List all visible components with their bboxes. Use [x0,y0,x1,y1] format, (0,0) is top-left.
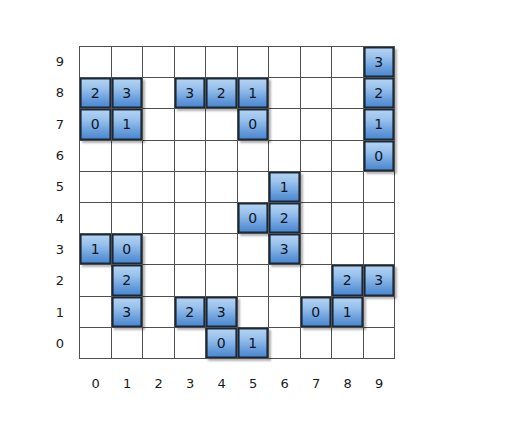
cell-r1-c6[interactable] [269,297,301,328]
cell-r5-c3[interactable] [175,172,207,203]
cell-r8-c1[interactable]: 3 [112,78,144,109]
cell-r2-c6[interactable] [269,265,301,296]
cell-r3-c4[interactable] [206,234,238,265]
cell-r8-c8[interactable] [332,78,364,109]
cell-r9-c8[interactable] [332,47,364,78]
cell-r5-c5[interactable] [238,172,270,203]
cell-r1-c9[interactable] [364,297,396,328]
cell-r2-c9[interactable]: 3 [364,265,396,296]
cell-r3-c9[interactable] [364,234,396,265]
cell-r4-c7[interactable] [301,203,333,234]
cell-r7-c3[interactable] [175,109,207,140]
row-label-5: 5 [40,171,64,202]
row-label-7: 7 [40,109,64,140]
cell-r3-c0[interactable]: 1 [80,234,112,265]
cell-r9-c7[interactable] [301,47,333,78]
cell-r5-c8[interactable] [332,172,364,203]
cell-r1-c3[interactable]: 2 [175,297,207,328]
col-label-8: 8 [332,370,364,396]
cell-r5-c4[interactable] [206,172,238,203]
cell-r8-c2[interactable] [143,78,175,109]
cell-r0-c5[interactable]: 1 [238,328,270,359]
cell-r3-c1[interactable]: 0 [112,234,144,265]
cell-r5-c0[interactable] [80,172,112,203]
cell-r8-c5[interactable]: 1 [238,78,270,109]
cell-r5-c7[interactable] [301,172,333,203]
cell-r5-c2[interactable] [143,172,175,203]
cell-r6-c1[interactable] [112,141,144,172]
cell-r8-c9[interactable]: 2 [364,78,396,109]
cell-r4-c5[interactable]: 0 [238,203,270,234]
col-label-6: 6 [269,370,301,396]
cell-r3-c6[interactable]: 3 [269,234,301,265]
cell-r1-c7[interactable]: 0 [301,297,333,328]
cell-r8-c3[interactable]: 3 [175,78,207,109]
col-label-2: 2 [143,370,175,396]
cell-r9-c0[interactable] [80,47,112,78]
cell-r1-c0[interactable] [80,297,112,328]
cell-r4-c1[interactable] [112,203,144,234]
cell-r2-c5[interactable] [238,265,270,296]
col-label-3: 3 [175,370,207,396]
row-label-2: 2 [40,265,64,296]
cell-r0-c1[interactable] [112,328,144,359]
cell-r1-c5[interactable] [238,297,270,328]
cell-r6-c2[interactable] [143,141,175,172]
row-labels: 9876543210 [40,46,64,359]
cell-r6-c4[interactable] [206,141,238,172]
cell-r0-c9[interactable] [364,328,396,359]
cell-r2-c7[interactable] [301,265,333,296]
cell-r9-c1[interactable] [112,47,144,78]
cell-r6-c0[interactable] [80,141,112,172]
cell-r0-c6[interactable] [269,328,301,359]
cell-r2-c1[interactable]: 2 [112,265,144,296]
cell-r4-c3[interactable] [175,203,207,234]
cell-r7-c9[interactable]: 1 [364,109,396,140]
cell-r8-c0[interactable]: 2 [80,78,112,109]
cell-r1-c8[interactable]: 1 [332,297,364,328]
cell-r7-c2[interactable] [143,109,175,140]
cell-r1-c2[interactable] [143,297,175,328]
col-label-1: 1 [112,370,144,396]
cell-r6-c3[interactable] [175,141,207,172]
cell-r7-c8[interactable] [332,109,364,140]
cell-r7-c0[interactable]: 0 [80,109,112,140]
cell-r9-c4[interactable] [206,47,238,78]
cell-r9-c5[interactable] [238,47,270,78]
cell-r5-c1[interactable] [112,172,144,203]
cell-r9-c6[interactable] [269,47,301,78]
puzzle-board: 3233212010101021032233230101 [79,46,395,359]
cell-r0-c2[interactable] [143,328,175,359]
cell-r1-c1[interactable]: 3 [112,297,144,328]
cell-r8-c4[interactable]: 2 [206,78,238,109]
cell-r2-c3[interactable] [175,265,207,296]
col-label-5: 5 [238,370,270,396]
cell-r7-c5[interactable]: 0 [238,109,270,140]
col-label-0: 0 [80,370,112,396]
cell-r5-c6[interactable]: 1 [269,172,301,203]
cell-r4-c9[interactable] [364,203,396,234]
cell-r4-c4[interactable] [206,203,238,234]
cell-r8-c7[interactable] [301,78,333,109]
cell-r0-c7[interactable] [301,328,333,359]
cell-r5-c9[interactable] [364,172,396,203]
row-label-4: 4 [40,202,64,233]
row-label-1: 1 [40,296,64,327]
cell-r0-c0[interactable] [80,328,112,359]
cell-r7-c7[interactable] [301,109,333,140]
col-label-7: 7 [301,370,333,396]
cell-r4-c2[interactable] [143,203,175,234]
cell-r8-c6[interactable] [269,78,301,109]
cell-r2-c8[interactable]: 2 [332,265,364,296]
cell-r3-c5[interactable] [238,234,270,265]
cell-r9-c9[interactable]: 3 [364,47,396,78]
cell-r4-c8[interactable] [332,203,364,234]
cell-r2-c2[interactable] [143,265,175,296]
cell-r1-c4[interactable]: 3 [206,297,238,328]
cell-r6-c8[interactable] [332,141,364,172]
cell-r7-c6[interactable] [269,109,301,140]
cell-r4-c0[interactable] [80,203,112,234]
row-label-3: 3 [40,234,64,265]
cell-r6-c5[interactable] [238,141,270,172]
col-labels: 0123456789 [80,370,395,396]
cell-r9-c3[interactable] [175,47,207,78]
cell-r4-c6[interactable]: 2 [269,203,301,234]
cell-r7-c4[interactable] [206,109,238,140]
row-label-9: 9 [40,46,64,77]
cell-r2-c0[interactable] [80,265,112,296]
row-label-6: 6 [40,140,64,171]
cell-r6-c7[interactable] [301,141,333,172]
puzzle-canvas: 9876543210 3233212010101021032233230101 … [0,0,525,429]
cell-r3-c8[interactable] [332,234,364,265]
cell-r3-c7[interactable] [301,234,333,265]
row-label-8: 8 [40,77,64,108]
cell-r2-c4[interactable] [206,265,238,296]
col-label-9: 9 [364,370,396,396]
row-label-0: 0 [40,328,64,359]
cell-r0-c8[interactable] [332,328,364,359]
cell-r6-c6[interactable] [269,141,301,172]
cell-r0-c4[interactable]: 0 [206,328,238,359]
cell-r7-c1[interactable]: 1 [112,109,144,140]
col-label-4: 4 [206,370,238,396]
cell-r3-c2[interactable] [143,234,175,265]
cell-r6-c9[interactable]: 0 [364,141,396,172]
cell-r3-c3[interactable] [175,234,207,265]
cell-r0-c3[interactable] [175,328,207,359]
cell-r9-c2[interactable] [143,47,175,78]
